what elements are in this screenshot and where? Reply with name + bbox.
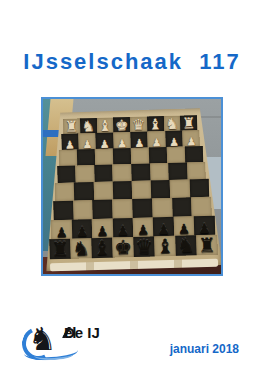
square xyxy=(132,181,152,199)
square: ♛ xyxy=(133,236,155,257)
square: ♝ xyxy=(91,238,113,259)
white-knight: ♞ xyxy=(81,119,95,134)
square xyxy=(57,166,76,184)
board-rows: ♜♞♝♚♛♝♞♜♟♟♟♟♟♟♟♟♟♟♟♟♟♟♟♟♜♞♝♚♛♝♞♜ xyxy=(41,115,223,260)
square xyxy=(185,146,203,163)
square: ♟ xyxy=(194,215,215,235)
square xyxy=(192,197,212,216)
square: ♚ xyxy=(113,117,130,132)
white-pawn: ♟ xyxy=(152,137,162,148)
square xyxy=(187,162,206,180)
square: ♟ xyxy=(165,131,183,147)
chess-board: ♜♞♝♚♛♝♞♜♟♟♟♟♟♟♟♟♟♟♟♟♟♟♟♟♜♞♝♚♛♝♞♜ xyxy=(41,108,223,275)
square: ♜ xyxy=(49,239,71,260)
square: ♞ xyxy=(163,116,180,131)
square xyxy=(77,149,95,166)
white-king: ♚ xyxy=(115,118,129,133)
square xyxy=(113,148,131,165)
white-pawn: ♟ xyxy=(82,139,92,150)
square: ♞ xyxy=(80,118,97,133)
square xyxy=(53,201,73,220)
square xyxy=(55,183,75,201)
black-rook: ♜ xyxy=(198,236,216,256)
club-logo: ♞ De IJel xyxy=(22,322,152,362)
white-rook: ♜ xyxy=(65,120,79,135)
square: ♛ xyxy=(130,117,147,132)
black-king: ♚ xyxy=(114,238,132,258)
square xyxy=(93,200,113,219)
square: ♟ xyxy=(182,130,200,146)
white-pawn: ♟ xyxy=(65,139,75,150)
issue-date: januari 2018 xyxy=(170,342,239,356)
square: ♟ xyxy=(61,133,79,149)
black-knight: ♞ xyxy=(72,239,90,259)
square xyxy=(94,165,113,183)
square xyxy=(152,198,172,217)
square xyxy=(132,199,152,218)
square: ♝ xyxy=(96,117,113,132)
square: ♟ xyxy=(78,133,96,149)
square xyxy=(170,180,190,198)
white-bishop: ♝ xyxy=(98,119,112,134)
white-knight: ♞ xyxy=(165,117,179,132)
square xyxy=(131,147,149,164)
white-pawn: ♟ xyxy=(169,136,179,147)
board-row: ♜♞♝♚♛♝♞♜ xyxy=(49,235,217,260)
square: ♟ xyxy=(51,219,72,239)
square xyxy=(113,164,132,182)
black-rook: ♜ xyxy=(51,240,69,260)
square xyxy=(150,163,169,181)
square: ♚ xyxy=(112,237,134,258)
square: ♟ xyxy=(92,218,113,238)
white-pawn: ♟ xyxy=(100,138,110,149)
square: ♟ xyxy=(133,217,154,237)
square xyxy=(74,182,94,200)
page-title: IJsselschaak 117 xyxy=(0,49,264,75)
square: ♜ xyxy=(180,115,197,130)
black-bishop: ♝ xyxy=(93,239,111,259)
square xyxy=(73,200,93,219)
square xyxy=(167,146,185,163)
square: ♝ xyxy=(154,236,176,257)
logo-text-suffix: el xyxy=(64,324,77,341)
white-pawn: ♟ xyxy=(186,136,196,147)
black-knight: ♞ xyxy=(177,236,195,256)
square xyxy=(113,181,133,199)
white-pawn: ♟ xyxy=(134,137,144,148)
square: ♜ xyxy=(63,118,80,133)
square: ♟ xyxy=(112,218,133,238)
square xyxy=(112,199,132,218)
square: ♟ xyxy=(113,132,131,148)
cover-photo: ♜♞♝♚♛♝♞♜♟♟♟♟♟♟♟♟♟♟♟♟♟♟♟♟♜♞♝♚♛♝♞♜ xyxy=(41,97,223,276)
square: ♟ xyxy=(148,131,166,147)
white-bishop: ♝ xyxy=(148,117,162,132)
square: ♝ xyxy=(147,116,164,131)
black-queen: ♛ xyxy=(135,238,153,258)
square: ♜ xyxy=(196,235,218,256)
white-pawn: ♟ xyxy=(117,138,127,149)
white-rook: ♜ xyxy=(182,116,196,131)
square: ♟ xyxy=(173,216,194,236)
square xyxy=(76,165,95,183)
square xyxy=(172,197,192,216)
square: ♟ xyxy=(153,217,174,237)
square: ♟ xyxy=(96,133,114,149)
square xyxy=(95,148,113,165)
square xyxy=(151,180,171,198)
square: ♟ xyxy=(130,132,148,148)
square xyxy=(189,179,209,197)
square xyxy=(59,149,77,166)
black-bishop: ♝ xyxy=(156,237,174,257)
square xyxy=(131,164,150,182)
square: ♟ xyxy=(72,219,93,239)
square: ♞ xyxy=(70,238,92,259)
square xyxy=(168,163,187,181)
white-queen: ♛ xyxy=(132,118,146,133)
square xyxy=(93,182,113,200)
square xyxy=(149,147,167,164)
square: ♞ xyxy=(175,235,197,256)
